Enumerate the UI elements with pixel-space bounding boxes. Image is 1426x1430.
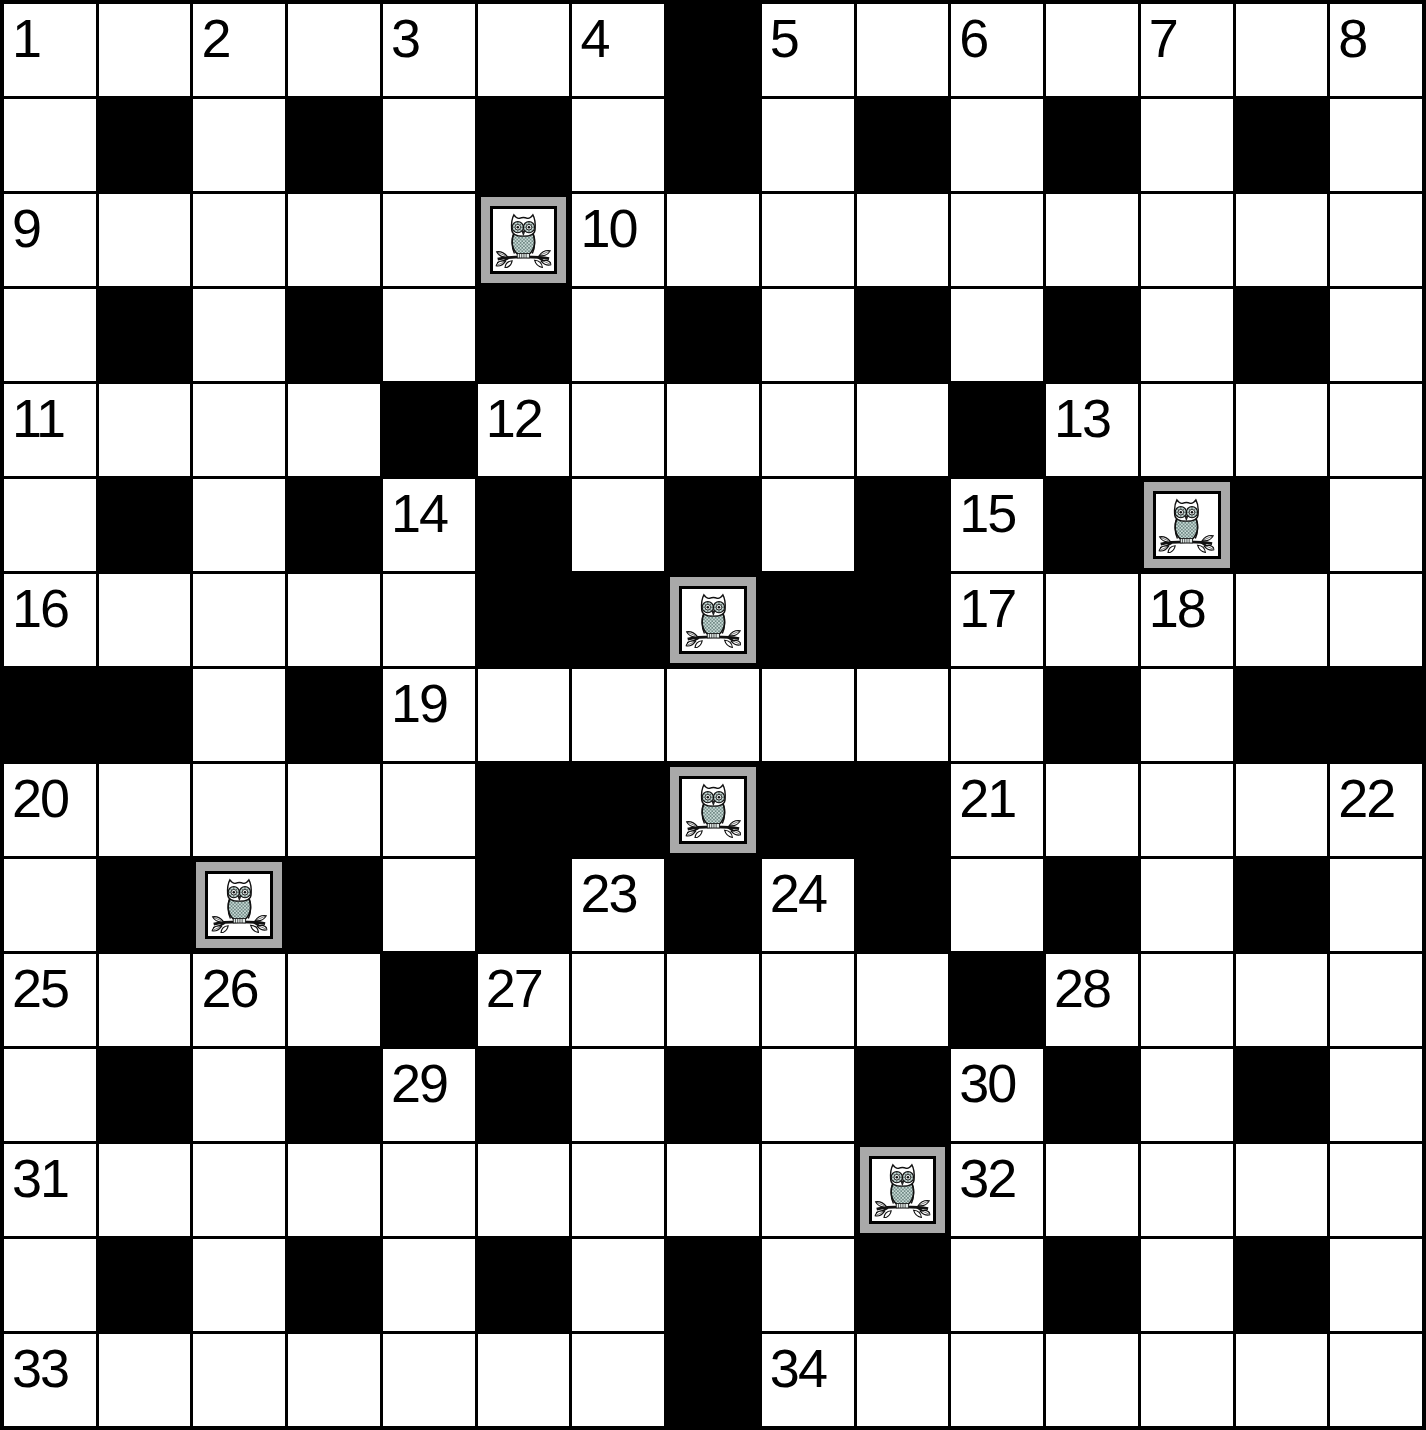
- cell-r15-c15[interactable]: [1330, 1334, 1422, 1426]
- clue-number-31: 31: [12, 1151, 68, 1205]
- cell-r11-c5-black: [383, 954, 475, 1046]
- clue-number-18: 18: [1149, 581, 1205, 635]
- cell-r12-c5[interactable]: 29: [383, 1049, 475, 1141]
- cell-r3-c5[interactable]: [383, 194, 475, 286]
- cell-r7-c14[interactable]: [1236, 574, 1328, 666]
- cell-r4-c3[interactable]: [193, 289, 285, 381]
- cell-r7-c1[interactable]: 16: [4, 574, 96, 666]
- cell-r4-c12-black: [1046, 289, 1138, 381]
- clue-number-27: 27: [486, 961, 542, 1015]
- cell-r13-c7[interactable]: [572, 1144, 664, 1236]
- cell-r5-c15[interactable]: [1330, 384, 1422, 476]
- clue-number-12: 12: [486, 391, 542, 445]
- cell-r4-c5[interactable]: [383, 289, 475, 381]
- cell-r7-c2[interactable]: [99, 574, 191, 666]
- owl-plaque-inner: [1153, 491, 1221, 559]
- cell-r10-c7[interactable]: 23: [572, 859, 664, 951]
- cell-r11-c6[interactable]: 27: [478, 954, 570, 1046]
- cell-r15-c12[interactable]: [1046, 1334, 1138, 1426]
- cell-r1-c9[interactable]: 5: [762, 4, 854, 96]
- cell-r12-c11[interactable]: 30: [951, 1049, 1043, 1141]
- cell-r13-c14[interactable]: [1236, 1144, 1328, 1236]
- cell-r3-c15[interactable]: [1330, 194, 1422, 286]
- cell-r7-c8-owl: [667, 574, 759, 666]
- cell-r5-c13[interactable]: [1141, 384, 1233, 476]
- cell-r10-c10-black: [857, 859, 949, 951]
- cell-r1-c15[interactable]: 8: [1330, 4, 1422, 96]
- clue-number-15: 15: [959, 486, 1015, 540]
- cell-r11-c15[interactable]: [1330, 954, 1422, 1046]
- cell-r6-c12-black: [1046, 479, 1138, 571]
- cell-r15-c2[interactable]: [99, 1334, 191, 1426]
- cell-r12-c2-black: [99, 1049, 191, 1141]
- cell-r14-c14-black: [1236, 1239, 1328, 1331]
- cell-r2-c5[interactable]: [383, 99, 475, 191]
- clue-number-2: 2: [201, 11, 229, 65]
- cell-r10-c15[interactable]: [1330, 859, 1422, 951]
- cell-r14-c4-black: [288, 1239, 380, 1331]
- cell-r6-c8-black: [667, 479, 759, 571]
- cell-r3-c10[interactable]: [857, 194, 949, 286]
- owl-plaque: [670, 577, 756, 663]
- owl-plaque: [481, 197, 567, 283]
- cell-r4-c9[interactable]: [762, 289, 854, 381]
- cell-r15-c9[interactable]: 34: [762, 1334, 854, 1426]
- clue-number-32: 32: [959, 1151, 1015, 1205]
- clue-number-33: 33: [12, 1341, 68, 1395]
- cell-r13-c12[interactable]: [1046, 1144, 1138, 1236]
- cell-r15-c7[interactable]: [572, 1334, 664, 1426]
- clue-number-11: 11: [12, 391, 64, 445]
- cell-r13-c3[interactable]: [193, 1144, 285, 1236]
- cell-r4-c14-black: [1236, 289, 1328, 381]
- cell-r10-c9[interactable]: 24: [762, 859, 854, 951]
- cell-r4-c8-black: [667, 289, 759, 381]
- cell-r11-c13[interactable]: [1141, 954, 1233, 1046]
- clue-number-14: 14: [391, 486, 447, 540]
- clue-number-1: 1: [12, 11, 40, 65]
- clue-number-34: 34: [770, 1341, 826, 1395]
- cell-r3-c6-owl: [478, 194, 570, 286]
- cell-r2-c9[interactable]: [762, 99, 854, 191]
- owl-on-branch-icon: [211, 876, 268, 933]
- cell-r7-c12[interactable]: [1046, 574, 1138, 666]
- owl-on-branch-icon: [685, 591, 742, 648]
- cell-r13-c10-owl: [857, 1144, 949, 1236]
- owl-on-branch-icon: [685, 781, 742, 838]
- cell-r15-c5[interactable]: [383, 1334, 475, 1426]
- owl-plaque: [1144, 482, 1230, 568]
- cell-r10-c13[interactable]: [1141, 859, 1233, 951]
- cell-r6-c3[interactable]: [193, 479, 285, 571]
- cell-r3-c12[interactable]: [1046, 194, 1138, 286]
- cell-r1-c14[interactable]: [1236, 4, 1328, 96]
- clue-number-9: 9: [12, 201, 40, 255]
- cell-r6-c11[interactable]: 15: [951, 479, 1043, 571]
- cell-r7-c13[interactable]: 18: [1141, 574, 1233, 666]
- clue-number-7: 7: [1149, 11, 1177, 65]
- cell-r6-c15[interactable]: [1330, 479, 1422, 571]
- cell-r9-c15[interactable]: 22: [1330, 764, 1422, 856]
- cell-r3-c8[interactable]: [667, 194, 759, 286]
- cell-r2-c11[interactable]: [951, 99, 1043, 191]
- cell-r13-c6[interactable]: [478, 1144, 570, 1236]
- cell-r3-c3[interactable]: [193, 194, 285, 286]
- cell-r10-c3-owl: [193, 859, 285, 951]
- cell-r7-c11[interactable]: 17: [951, 574, 1043, 666]
- cell-r7-c15[interactable]: [1330, 574, 1422, 666]
- cell-r8-c11[interactable]: [951, 669, 1043, 761]
- cell-r6-c5[interactable]: 14: [383, 479, 475, 571]
- cell-r14-c15[interactable]: [1330, 1239, 1422, 1331]
- cell-r8-c2-black: [99, 669, 191, 761]
- cell-r11-c10[interactable]: [857, 954, 949, 1046]
- cell-r2-c10-black: [857, 99, 949, 191]
- cell-r14-c7[interactable]: [572, 1239, 664, 1331]
- cell-r9-c6-black: [478, 764, 570, 856]
- cell-r9-c10-black: [857, 764, 949, 856]
- cell-r1-c13[interactable]: 7: [1141, 4, 1233, 96]
- cell-r1-c11[interactable]: 6: [951, 4, 1043, 96]
- cell-r4-c10-black: [857, 289, 949, 381]
- cell-r5-c12[interactable]: 13: [1046, 384, 1138, 476]
- cell-r1-c2[interactable]: [99, 4, 191, 96]
- cell-r4-c6-black: [478, 289, 570, 381]
- cell-r6-c14-black: [1236, 479, 1328, 571]
- cell-r11-c9[interactable]: [762, 954, 854, 1046]
- cell-r5-c10[interactable]: [857, 384, 949, 476]
- cell-r7-c4[interactable]: [288, 574, 380, 666]
- cell-r9-c11[interactable]: 21: [951, 764, 1043, 856]
- cell-r12-c7[interactable]: [572, 1049, 664, 1141]
- cell-r11-c7[interactable]: [572, 954, 664, 1046]
- cell-r10-c6-black: [478, 859, 570, 951]
- cell-r8-c4-black: [288, 669, 380, 761]
- cell-r15-c8-black: [667, 1334, 759, 1426]
- cell-r14-c12-black: [1046, 1239, 1138, 1331]
- owl-plaque-inner: [679, 776, 747, 844]
- cell-r6-c13-owl: [1141, 479, 1233, 571]
- cell-r13-c2[interactable]: [99, 1144, 191, 1236]
- crossword-board: 1234567891011121314151617181920212223242…: [0, 0, 1426, 1430]
- clue-number-21: 21: [959, 771, 1015, 825]
- cell-r14-c1[interactable]: [4, 1239, 96, 1331]
- clue-number-26: 26: [201, 961, 257, 1015]
- cell-r12-c8-black: [667, 1049, 759, 1141]
- cell-r3-c4[interactable]: [288, 194, 380, 286]
- cell-r12-c10-black: [857, 1049, 949, 1141]
- cell-r14-c3[interactable]: [193, 1239, 285, 1331]
- cell-r6-c4-black: [288, 479, 380, 571]
- owl-plaque-inner: [679, 586, 747, 654]
- cell-r15-c14[interactable]: [1236, 1334, 1328, 1426]
- cell-r11-c4[interactable]: [288, 954, 380, 1046]
- cell-r12-c15[interactable]: [1330, 1049, 1422, 1141]
- owl-plaque: [670, 767, 756, 853]
- cell-r8-c1-black: [4, 669, 96, 761]
- cell-r10-c11[interactable]: [951, 859, 1043, 951]
- owl-on-branch-icon: [874, 1161, 931, 1218]
- clue-number-23: 23: [580, 866, 636, 920]
- cell-r11-c2[interactable]: [99, 954, 191, 1046]
- owl-plaque-inner: [869, 1156, 937, 1224]
- cell-r4-c4-black: [288, 289, 380, 381]
- cell-r8-c10[interactable]: [857, 669, 949, 761]
- cell-r7-c10-black: [857, 574, 949, 666]
- cell-r13-c5[interactable]: [383, 1144, 475, 1236]
- cell-r3-c7[interactable]: 10: [572, 194, 664, 286]
- cell-r14-c10-black: [857, 1239, 949, 1331]
- cell-r9-c7-black: [572, 764, 664, 856]
- cell-r1-c8-black: [667, 4, 759, 96]
- cell-r9-c13[interactable]: [1141, 764, 1233, 856]
- cell-r3-c1[interactable]: 9: [4, 194, 96, 286]
- clue-number-30: 30: [959, 1056, 1015, 1110]
- cell-r9-c9-black: [762, 764, 854, 856]
- cell-r10-c8-black: [667, 859, 759, 951]
- cell-r6-c7[interactable]: [572, 479, 664, 571]
- crossword-grid: 1234567891011121314151617181920212223242…: [4, 4, 1422, 1426]
- cell-r6-c1[interactable]: [4, 479, 96, 571]
- cell-r6-c2-black: [99, 479, 191, 571]
- cell-r7-c3[interactable]: [193, 574, 285, 666]
- cell-r8-c12-black: [1046, 669, 1138, 761]
- cell-r15-c6[interactable]: [478, 1334, 570, 1426]
- clue-number-29: 29: [391, 1056, 447, 1110]
- clue-number-17: 17: [959, 581, 1015, 635]
- owl-plaque: [196, 862, 282, 948]
- cell-r7-c5[interactable]: [383, 574, 475, 666]
- cell-r13-c8[interactable]: [667, 1144, 759, 1236]
- cell-r2-c6-black: [478, 99, 570, 191]
- cell-r11-c12[interactable]: 28: [1046, 954, 1138, 1046]
- cell-r2-c12-black: [1046, 99, 1138, 191]
- clue-number-25: 25: [12, 961, 68, 1015]
- cell-r12-c4-black: [288, 1049, 380, 1141]
- cell-r3-c9[interactable]: [762, 194, 854, 286]
- cell-r15-c3[interactable]: [193, 1334, 285, 1426]
- cell-r3-c13[interactable]: [1141, 194, 1233, 286]
- cell-r6-c6-black: [478, 479, 570, 571]
- cell-r13-c15[interactable]: [1330, 1144, 1422, 1236]
- cell-r15-c1[interactable]: 33: [4, 1334, 96, 1426]
- cell-r3-c2[interactable]: [99, 194, 191, 286]
- cell-r14-c13[interactable]: [1141, 1239, 1233, 1331]
- cell-r5-c6[interactable]: 12: [478, 384, 570, 476]
- cell-r12-c14-black: [1236, 1049, 1328, 1141]
- cell-r1-c3[interactable]: 2: [193, 4, 285, 96]
- owl-plaque-inner: [490, 206, 558, 274]
- clue-number-10: 10: [580, 201, 636, 255]
- cell-r4-c7[interactable]: [572, 289, 664, 381]
- cell-r9-c4[interactable]: [288, 764, 380, 856]
- cell-r1-c6[interactable]: [478, 4, 570, 96]
- cell-r8-c14-black: [1236, 669, 1328, 761]
- cell-r8-c9[interactable]: [762, 669, 854, 761]
- clue-number-24: 24: [770, 866, 826, 920]
- cell-r10-c2-black: [99, 859, 191, 951]
- cell-r9-c14[interactable]: [1236, 764, 1328, 856]
- owl-on-branch-icon: [495, 211, 552, 268]
- cell-r5-c1[interactable]: 11: [4, 384, 96, 476]
- cell-r12-c9[interactable]: [762, 1049, 854, 1141]
- cell-r2-c1[interactable]: [4, 99, 96, 191]
- cell-r12-c3[interactable]: [193, 1049, 285, 1141]
- cell-r9-c8-owl: [667, 764, 759, 856]
- cell-r10-c5[interactable]: [383, 859, 475, 951]
- cell-r13-c1[interactable]: 31: [4, 1144, 96, 1236]
- clue-number-20: 20: [12, 771, 68, 825]
- cell-r2-c14-black: [1236, 99, 1328, 191]
- cell-r11-c3[interactable]: 26: [193, 954, 285, 1046]
- cell-r15-c10[interactable]: [857, 1334, 949, 1426]
- cell-r7-c9-black: [762, 574, 854, 666]
- cell-r8-c6[interactable]: [478, 669, 570, 761]
- cell-r5-c9[interactable]: [762, 384, 854, 476]
- cell-r15-c13[interactable]: [1141, 1334, 1233, 1426]
- cell-r9-c1[interactable]: 20: [4, 764, 96, 856]
- clue-number-4: 4: [580, 11, 608, 65]
- cell-r2-c8-black: [667, 99, 759, 191]
- cell-r14-c9[interactable]: [762, 1239, 854, 1331]
- cell-r1-c12[interactable]: [1046, 4, 1138, 96]
- cell-r10-c12-black: [1046, 859, 1138, 951]
- cell-r10-c4-black: [288, 859, 380, 951]
- cell-r14-c5[interactable]: [383, 1239, 475, 1331]
- clue-number-22: 22: [1338, 771, 1394, 825]
- owl-plaque-inner: [205, 871, 273, 939]
- cell-r10-c14-black: [1236, 859, 1328, 951]
- clue-number-3: 3: [391, 11, 419, 65]
- clue-number-13: 13: [1054, 391, 1110, 445]
- cell-r11-c8[interactable]: [667, 954, 759, 1046]
- cell-r8-c13[interactable]: [1141, 669, 1233, 761]
- cell-r1-c4[interactable]: [288, 4, 380, 96]
- cell-r4-c15[interactable]: [1330, 289, 1422, 381]
- cell-r11-c1[interactable]: 25: [4, 954, 96, 1046]
- cell-r9-c12[interactable]: [1046, 764, 1138, 856]
- cell-r7-c6-black: [478, 574, 570, 666]
- cell-r2-c3[interactable]: [193, 99, 285, 191]
- cell-r8-c7[interactable]: [572, 669, 664, 761]
- cell-r3-c11[interactable]: [951, 194, 1043, 286]
- cell-r3-c14[interactable]: [1236, 194, 1328, 286]
- cell-r2-c13[interactable]: [1141, 99, 1233, 191]
- cell-r11-c11-black: [951, 954, 1043, 1046]
- cell-r5-c4[interactable]: [288, 384, 380, 476]
- cell-r6-c9[interactable]: [762, 479, 854, 571]
- cell-r9-c5[interactable]: [383, 764, 475, 856]
- cell-r5-c2[interactable]: [99, 384, 191, 476]
- cell-r10-c1[interactable]: [4, 859, 96, 951]
- cell-r11-c14[interactable]: [1236, 954, 1328, 1046]
- cell-r15-c4[interactable]: [288, 1334, 380, 1426]
- owl-on-branch-icon: [1158, 496, 1215, 553]
- cell-r9-c2[interactable]: [99, 764, 191, 856]
- cell-r14-c6-black: [478, 1239, 570, 1331]
- cell-r12-c6-black: [478, 1049, 570, 1141]
- cell-r14-c8-black: [667, 1239, 759, 1331]
- cell-r5-c11-black: [951, 384, 1043, 476]
- cell-r6-c10-black: [857, 479, 949, 571]
- clue-number-5: 5: [770, 11, 798, 65]
- cell-r12-c12-black: [1046, 1049, 1138, 1141]
- clue-number-8: 8: [1338, 11, 1366, 65]
- owl-plaque: [860, 1147, 946, 1233]
- cell-r13-c4[interactable]: [288, 1144, 380, 1236]
- cell-r2-c2-black: [99, 99, 191, 191]
- cell-r5-c7[interactable]: [572, 384, 664, 476]
- cell-r5-c3[interactable]: [193, 384, 285, 476]
- cell-r8-c5[interactable]: 19: [383, 669, 475, 761]
- cell-r14-c11[interactable]: [951, 1239, 1043, 1331]
- cell-r8-c8[interactable]: [667, 669, 759, 761]
- cell-r12-c1[interactable]: [4, 1049, 96, 1141]
- cell-r8-c15-black: [1330, 669, 1422, 761]
- cell-r1-c10[interactable]: [857, 4, 949, 96]
- cell-r5-c8[interactable]: [667, 384, 759, 476]
- cell-r4-c2-black: [99, 289, 191, 381]
- cell-r5-c14[interactable]: [1236, 384, 1328, 476]
- cell-r8-c3[interactable]: [193, 669, 285, 761]
- cell-r13-c9[interactable]: [762, 1144, 854, 1236]
- cell-r13-c11[interactable]: 32: [951, 1144, 1043, 1236]
- cell-r4-c13[interactable]: [1141, 289, 1233, 381]
- cell-r7-c7-black: [572, 574, 664, 666]
- clue-number-6: 6: [959, 11, 987, 65]
- cell-r5-c5-black: [383, 384, 475, 476]
- cell-r14-c2-black: [99, 1239, 191, 1331]
- cell-r1-c1[interactable]: 1: [4, 4, 96, 96]
- cell-r15-c11[interactable]: [951, 1334, 1043, 1426]
- cell-r2-c7[interactable]: [572, 99, 664, 191]
- cell-r13-c13[interactable]: [1141, 1144, 1233, 1236]
- cell-r1-c5[interactable]: 3: [383, 4, 475, 96]
- cell-r9-c3[interactable]: [193, 764, 285, 856]
- cell-r2-c4-black: [288, 99, 380, 191]
- cell-r1-c7[interactable]: 4: [572, 4, 664, 96]
- clue-number-19: 19: [391, 676, 447, 730]
- cell-r12-c13[interactable]: [1141, 1049, 1233, 1141]
- clue-number-28: 28: [1054, 961, 1110, 1015]
- cell-r4-c11[interactable]: [951, 289, 1043, 381]
- cell-r2-c15[interactable]: [1330, 99, 1422, 191]
- clue-number-16: 16: [12, 581, 68, 635]
- cell-r4-c1[interactable]: [4, 289, 96, 381]
